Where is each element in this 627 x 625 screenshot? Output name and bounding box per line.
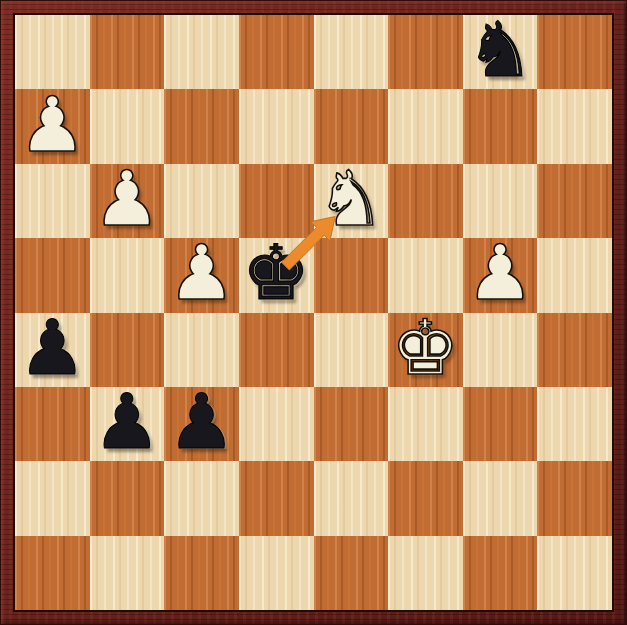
white-pawn-a7[interactable]: ♟ — [18, 88, 86, 162]
square-c6[interactable] — [164, 164, 239, 238]
square-a8[interactable] — [15, 15, 90, 89]
square-h3[interactable] — [537, 387, 612, 461]
square-c7[interactable] — [164, 89, 239, 163]
board-frame: ♞♟♟♞♟♚♟♟♚♟♟ — [0, 0, 627, 625]
square-g1[interactable] — [463, 536, 538, 610]
square-g5[interactable]: ♟ — [463, 238, 538, 312]
square-e7[interactable] — [314, 89, 389, 163]
white-pawn-g5[interactable]: ♟ — [466, 236, 534, 310]
square-b3[interactable]: ♟ — [90, 387, 165, 461]
square-h4[interactable] — [537, 313, 612, 387]
square-g4[interactable] — [463, 313, 538, 387]
square-d6[interactable] — [239, 164, 314, 238]
square-h1[interactable] — [537, 536, 612, 610]
square-g8[interactable]: ♞ — [463, 15, 538, 89]
square-b1[interactable] — [90, 536, 165, 610]
square-b4[interactable] — [90, 313, 165, 387]
square-d8[interactable] — [239, 15, 314, 89]
square-b8[interactable] — [90, 15, 165, 89]
square-c4[interactable] — [164, 313, 239, 387]
square-b2[interactable] — [90, 461, 165, 535]
square-d4[interactable] — [239, 313, 314, 387]
square-b7[interactable] — [90, 89, 165, 163]
square-d3[interactable] — [239, 387, 314, 461]
square-e5[interactable] — [314, 238, 389, 312]
square-h2[interactable] — [537, 461, 612, 535]
square-c8[interactable] — [164, 15, 239, 89]
square-a3[interactable] — [15, 387, 90, 461]
square-f2[interactable] — [388, 461, 463, 535]
square-g3[interactable] — [463, 387, 538, 461]
square-h5[interactable] — [537, 238, 612, 312]
black-king-d5[interactable]: ♚ — [242, 236, 310, 310]
square-e1[interactable] — [314, 536, 389, 610]
square-d2[interactable] — [239, 461, 314, 535]
square-a6[interactable] — [15, 164, 90, 238]
square-f8[interactable] — [388, 15, 463, 89]
square-g6[interactable] — [463, 164, 538, 238]
square-h6[interactable] — [537, 164, 612, 238]
square-c1[interactable] — [164, 536, 239, 610]
black-pawn-b3[interactable]: ♟ — [93, 385, 161, 459]
square-h7[interactable] — [537, 89, 612, 163]
black-pawn-c3[interactable]: ♟ — [167, 385, 235, 459]
black-knight-g8[interactable]: ♞ — [466, 13, 534, 87]
square-g7[interactable] — [463, 89, 538, 163]
square-e2[interactable] — [314, 461, 389, 535]
square-e6[interactable]: ♞ — [314, 164, 389, 238]
chess-board: ♞♟♟♞♟♚♟♟♚♟♟ — [13, 13, 614, 612]
square-d7[interactable] — [239, 89, 314, 163]
square-d5[interactable]: ♚ — [239, 238, 314, 312]
white-pawn-b6[interactable]: ♟ — [93, 162, 161, 236]
square-h8[interactable] — [537, 15, 612, 89]
square-a4[interactable]: ♟ — [15, 313, 90, 387]
square-b6[interactable]: ♟ — [90, 164, 165, 238]
square-a7[interactable]: ♟ — [15, 89, 90, 163]
square-f3[interactable] — [388, 387, 463, 461]
square-e4[interactable] — [314, 313, 389, 387]
square-b5[interactable] — [90, 238, 165, 312]
square-f5[interactable] — [388, 238, 463, 312]
square-g2[interactable] — [463, 461, 538, 535]
square-a2[interactable] — [15, 461, 90, 535]
white-knight-e6[interactable]: ♞ — [317, 162, 385, 236]
square-a1[interactable] — [15, 536, 90, 610]
square-a5[interactable] — [15, 238, 90, 312]
black-pawn-a4[interactable]: ♟ — [18, 311, 86, 385]
square-f6[interactable] — [388, 164, 463, 238]
white-king-f4[interactable]: ♚ — [391, 311, 459, 385]
square-c2[interactable] — [164, 461, 239, 535]
square-c3[interactable]: ♟ — [164, 387, 239, 461]
square-d1[interactable] — [239, 536, 314, 610]
square-c5[interactable]: ♟ — [164, 238, 239, 312]
square-f1[interactable] — [388, 536, 463, 610]
square-f4[interactable]: ♚ — [388, 313, 463, 387]
square-f7[interactable] — [388, 89, 463, 163]
square-e3[interactable] — [314, 387, 389, 461]
square-e8[interactable] — [314, 15, 389, 89]
white-pawn-c5[interactable]: ♟ — [167, 236, 235, 310]
